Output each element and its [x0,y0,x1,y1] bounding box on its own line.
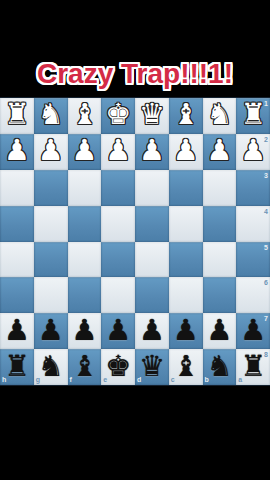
file-label-b: b [205,376,209,383]
file-label-g: g [36,376,40,383]
white-knight: ♞ [38,100,64,129]
square-a8[interactable]: ♜8a [236,349,270,385]
square-h3[interactable] [0,170,34,206]
square-d1[interactable]: ♛ [135,98,169,134]
rank-label-6: 6 [264,279,268,286]
square-h7[interactable]: ♟ [0,313,34,349]
square-f8[interactable]: ♝f [68,349,102,385]
white-rook: ♜ [240,100,266,129]
rank-label-5: 5 [264,244,268,251]
square-g1[interactable]: ♞ [34,98,68,134]
white-pawn: ♟ [4,136,30,165]
white-bishop: ♝ [71,100,97,129]
square-e8[interactable]: ♚e [101,349,135,385]
file-label-a: a [238,376,242,383]
black-knight: ♞ [206,352,232,381]
square-e3[interactable] [101,170,135,206]
square-d7[interactable]: ♟ [135,313,169,349]
square-d4[interactable] [135,206,169,242]
square-d2[interactable]: ♟ [135,134,169,170]
white-pawn: ♟ [173,136,199,165]
square-f1[interactable]: ♝ [68,98,102,134]
rank-label-2: 2 [264,136,268,143]
square-g7[interactable]: ♟ [34,313,68,349]
square-e6[interactable] [101,277,135,313]
square-g2[interactable]: ♟ [34,134,68,170]
rank-label-1: 1 [264,100,268,107]
white-pawn: ♟ [71,136,97,165]
square-d5[interactable] [135,242,169,278]
square-b2[interactable]: ♟ [203,134,237,170]
black-pawn: ♟ [206,316,232,345]
black-pawn: ♟ [105,316,131,345]
overlay-title: Crazy Trap!!!1! [0,58,270,90]
square-h5[interactable] [0,242,34,278]
square-c5[interactable] [169,242,203,278]
square-h4[interactable] [0,206,34,242]
square-c4[interactable] [169,206,203,242]
square-c1[interactable]: ♝ [169,98,203,134]
square-e2[interactable]: ♟ [101,134,135,170]
square-e1[interactable]: ♚ [101,98,135,134]
white-pawn: ♟ [206,136,232,165]
square-b8[interactable]: ♞b [203,349,237,385]
white-bishop: ♝ [173,100,199,129]
black-bishop: ♝ [71,352,97,381]
square-e7[interactable]: ♟ [101,313,135,349]
square-f3[interactable] [68,170,102,206]
file-label-e: e [103,376,107,383]
rank-label-8: 8 [264,351,268,358]
white-queen: ♛ [139,100,165,129]
white-rook: ♜ [4,100,30,129]
square-c8[interactable]: ♝c [169,349,203,385]
black-pawn: ♟ [4,316,30,345]
square-b5[interactable] [203,242,237,278]
black-pawn: ♟ [173,316,199,345]
square-h2[interactable]: ♟ [0,134,34,170]
square-f4[interactable] [68,206,102,242]
square-f6[interactable] [68,277,102,313]
square-e5[interactable] [101,242,135,278]
square-b4[interactable] [203,206,237,242]
square-d6[interactable] [135,277,169,313]
black-knight: ♞ [38,352,64,381]
file-label-d: d [137,376,141,383]
black-queen: ♛ [139,352,165,381]
white-pawn: ♟ [38,136,64,165]
square-a7[interactable]: ♟7 [236,313,270,349]
square-d8[interactable]: ♛d [135,349,169,385]
black-pawn: ♟ [240,316,266,345]
black-bishop: ♝ [173,352,199,381]
square-a5[interactable]: 5 [236,242,270,278]
black-king: ♚ [105,352,131,381]
square-a4[interactable]: 4 [236,206,270,242]
white-pawn: ♟ [105,136,131,165]
square-c6[interactable] [169,277,203,313]
square-f7[interactable]: ♟ [68,313,102,349]
square-d3[interactable] [135,170,169,206]
square-c2[interactable]: ♟ [169,134,203,170]
white-pawn: ♟ [240,136,266,165]
square-b3[interactable] [203,170,237,206]
rank-label-3: 3 [264,172,268,179]
square-c3[interactable] [169,170,203,206]
square-b7[interactable]: ♟ [203,313,237,349]
rank-label-4: 4 [264,208,268,215]
square-b6[interactable] [203,277,237,313]
square-a1[interactable]: ♜1 [236,98,270,134]
file-label-f: f [70,376,72,383]
square-g8[interactable]: ♞g [34,349,68,385]
white-pawn: ♟ [139,136,165,165]
chess-board: ♜♞♝♚♛♝♞♜1♟♟♟♟♟♟♟♟23456♟♟♟♟♟♟♟♟7♜h♞g♝f♚e♛… [0,97,270,386]
file-label-h: h [2,376,6,383]
square-g4[interactable] [34,206,68,242]
square-h1[interactable]: ♜ [0,98,34,134]
black-rook: ♜ [4,352,30,381]
square-e4[interactable] [101,206,135,242]
square-h6[interactable] [0,277,34,313]
square-a6[interactable]: 6 [236,277,270,313]
square-c7[interactable]: ♟ [169,313,203,349]
video-frame: Crazy Trap!!!1! ♜♞♝♚♛♝♞♜1♟♟♟♟♟♟♟♟23456♟♟… [0,0,270,480]
square-g3[interactable] [34,170,68,206]
square-a2[interactable]: ♟2 [236,134,270,170]
white-king: ♚ [105,100,131,129]
square-b1[interactable]: ♞ [203,98,237,134]
square-f2[interactable]: ♟ [68,134,102,170]
black-pawn: ♟ [139,316,165,345]
square-g6[interactable] [34,277,68,313]
square-f5[interactable] [68,242,102,278]
black-pawn: ♟ [71,316,97,345]
black-rook: ♜ [240,352,266,381]
square-g5[interactable] [34,242,68,278]
white-knight: ♞ [206,100,232,129]
black-pawn: ♟ [38,316,64,345]
square-h8[interactable]: ♜h [0,349,34,385]
rank-label-7: 7 [264,315,268,322]
square-a3[interactable]: 3 [236,170,270,206]
file-label-c: c [171,376,175,383]
